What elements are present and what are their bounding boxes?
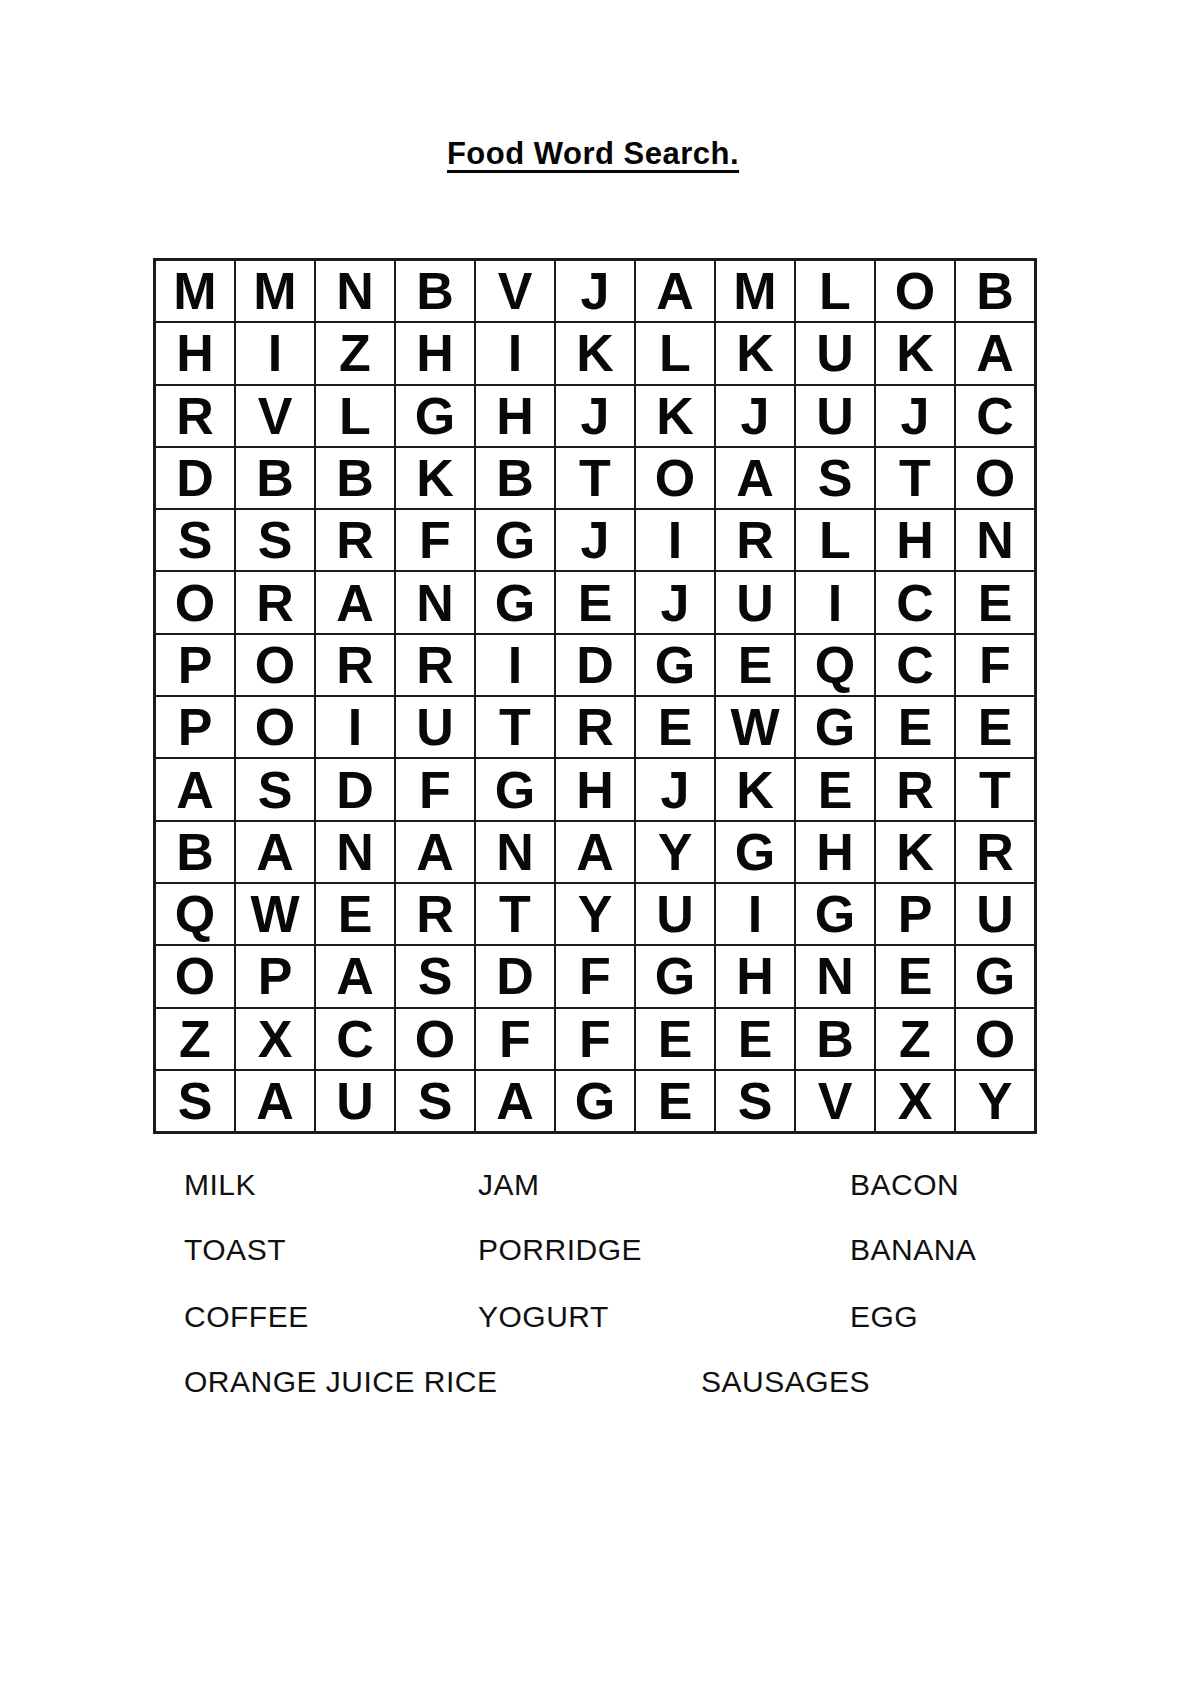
grid-cell[interactable]: A [155, 758, 235, 820]
grid-cell[interactable]: S [395, 945, 475, 1007]
grid-cell[interactable]: A [395, 821, 475, 883]
grid-cell[interactable]: V [795, 1070, 875, 1132]
grid-cell[interactable]: B [235, 447, 315, 509]
grid-cell[interactable]: H [715, 945, 795, 1007]
grid-cell[interactable]: S [715, 1070, 795, 1132]
grid-cell[interactable]: G [635, 945, 715, 1007]
grid-cell[interactable]: J [875, 385, 955, 447]
grid-cell[interactable]: R [555, 696, 635, 758]
grid-cell[interactable]: R [235, 571, 315, 633]
grid-cell[interactable]: Z [875, 1008, 955, 1070]
grid-cell[interactable]: B [795, 1008, 875, 1070]
word-coffee: COFFEE [184, 1300, 309, 1334]
grid-cell[interactable]: J [715, 385, 795, 447]
grid-cell[interactable]: P [235, 945, 315, 1007]
grid-cell[interactable]: O [155, 571, 235, 633]
grid-cell[interactable]: S [155, 1070, 235, 1132]
grid-cell[interactable]: O [155, 945, 235, 1007]
grid-cell[interactable]: A [315, 945, 395, 1007]
grid-cell[interactable]: S [235, 509, 315, 571]
grid-cell[interactable]: R [955, 821, 1035, 883]
grid-cell[interactable]: R [155, 385, 235, 447]
grid-cell[interactable]: A [715, 447, 795, 509]
grid-cell[interactable]: P [875, 883, 955, 945]
grid-cell[interactable]: G [475, 571, 555, 633]
grid-cell[interactable]: S [395, 1070, 475, 1132]
grid-cell[interactable]: U [955, 883, 1035, 945]
grid-cell[interactable]: R [395, 883, 475, 945]
grid-cell[interactable]: E [555, 571, 635, 633]
grid-cell[interactable]: A [555, 821, 635, 883]
grid-cell[interactable]: Y [555, 883, 635, 945]
grid-cell[interactable]: C [875, 634, 955, 696]
grid-cell[interactable]: B [955, 260, 1035, 322]
word-milk: MILK [184, 1168, 256, 1202]
grid-cell[interactable]: H [155, 322, 235, 384]
grid-cell[interactable]: C [955, 385, 1035, 447]
word-toast: TOAST [184, 1233, 286, 1267]
grid-cell[interactable]: Z [315, 322, 395, 384]
grid-cell[interactable]: J [635, 571, 715, 633]
grid-cell[interactable]: I [715, 883, 795, 945]
grid-cell[interactable]: Y [955, 1070, 1035, 1132]
grid-cell[interactable]: H [475, 385, 555, 447]
grid-cell[interactable]: I [635, 509, 715, 571]
grid-cell[interactable]: X [875, 1070, 955, 1132]
grid-cell[interactable]: L [795, 509, 875, 571]
grid-cell[interactable]: H [875, 509, 955, 571]
grid-cell[interactable]: R [315, 509, 395, 571]
grid-cell[interactable]: J [555, 385, 635, 447]
grid-cell[interactable]: H [555, 758, 635, 820]
grid-cell[interactable]: G [715, 821, 795, 883]
grid-cell[interactable]: F [395, 758, 475, 820]
grid-cell[interactable]: Q [155, 883, 235, 945]
grid-cell[interactable]: S [155, 509, 235, 571]
grid-cell[interactable]: W [235, 883, 315, 945]
grid-cell[interactable]: T [475, 883, 555, 945]
grid-cell[interactable]: M [235, 260, 315, 322]
grid-cell[interactable]: J [555, 260, 635, 322]
grid-cell[interactable]: E [315, 883, 395, 945]
grid-cell[interactable]: S [795, 447, 875, 509]
grid-cell[interactable]: R [395, 634, 475, 696]
grid-cell[interactable]: F [955, 634, 1035, 696]
grid-cell[interactable]: I [475, 634, 555, 696]
grid-cell[interactable]: B [315, 447, 395, 509]
grid-cell[interactable]: G [475, 509, 555, 571]
grid-cell[interactable]: C [315, 1008, 395, 1070]
grid-cell[interactable]: O [875, 260, 955, 322]
grid-cell[interactable]: U [395, 696, 475, 758]
grid-cell[interactable]: K [555, 322, 635, 384]
grid-cell[interactable]: A [315, 571, 395, 633]
grid-cell[interactable]: N [475, 821, 555, 883]
grid-cell[interactable]: I [475, 322, 555, 384]
grid-cell[interactable]: G [795, 883, 875, 945]
grid-cell[interactable]: F [555, 945, 635, 1007]
grid-cell[interactable]: Y [635, 821, 715, 883]
grid-cell[interactable]: E [875, 696, 955, 758]
grid-cell[interactable]: G [475, 758, 555, 820]
grid-cell[interactable]: X [235, 1008, 315, 1070]
grid-cell[interactable]: A [235, 821, 315, 883]
grid-cell[interactable]: R [875, 758, 955, 820]
grid-cell[interactable]: U [715, 571, 795, 633]
word-orange-juice-rice: ORANGE JUICE RICE [184, 1365, 498, 1399]
grid-cell[interactable]: A [475, 1070, 555, 1132]
grid-cell[interactable]: D [315, 758, 395, 820]
grid-cell[interactable]: L [635, 322, 715, 384]
grid-cell[interactable]: Q [795, 634, 875, 696]
grid-cell[interactable]: D [475, 945, 555, 1007]
grid-cell[interactable]: N [315, 260, 395, 322]
grid-cell[interactable]: N [795, 945, 875, 1007]
grid-cell[interactable]: G [395, 385, 475, 447]
grid-cell[interactable]: A [635, 260, 715, 322]
grid-cell[interactable]: K [395, 447, 475, 509]
grid-cell[interactable]: Z [155, 1008, 235, 1070]
grid-cell[interactable]: N [955, 509, 1035, 571]
grid-cell[interactable]: J [555, 509, 635, 571]
grid-cell[interactable]: H [395, 322, 475, 384]
grid-cell[interactable]: E [955, 696, 1035, 758]
grid-cell[interactable]: B [395, 260, 475, 322]
grid-cell[interactable]: O [235, 634, 315, 696]
word-sausages: SAUSAGES [701, 1365, 870, 1399]
grid-cell[interactable]: G [955, 945, 1035, 1007]
grid-cell[interactable]: V [235, 385, 315, 447]
grid-cell[interactable]: M [715, 260, 795, 322]
word-yogurt: YOGURT [478, 1300, 609, 1334]
grid-cell[interactable]: U [635, 883, 715, 945]
grid-cell[interactable]: N [315, 821, 395, 883]
grid-cell[interactable]: E [635, 1070, 715, 1132]
grid-cell[interactable]: T [475, 696, 555, 758]
grid-cell[interactable]: V [475, 260, 555, 322]
word-banana: BANANA [850, 1233, 976, 1267]
grid-cell[interactable]: O [635, 447, 715, 509]
grid-cell[interactable]: B [475, 447, 555, 509]
grid-cell[interactable]: L [795, 260, 875, 322]
grid-cell[interactable]: T [875, 447, 955, 509]
grid-cell[interactable]: C [875, 571, 955, 633]
grid-cell[interactable]: U [795, 385, 875, 447]
grid-cell[interactable]: T [555, 447, 635, 509]
grid-cell[interactable]: D [555, 634, 635, 696]
grid-cell[interactable]: R [315, 634, 395, 696]
word-bacon: BACON [850, 1168, 959, 1202]
grid-cell[interactable]: W [715, 696, 795, 758]
grid-cell[interactable]: K [875, 821, 955, 883]
grid-cell[interactable]: G [555, 1070, 635, 1132]
grid-cell[interactable]: F [475, 1008, 555, 1070]
grid-cell[interactable]: E [955, 571, 1035, 633]
grid-cell[interactable]: S [235, 758, 315, 820]
grid-cell[interactable]: J [635, 758, 715, 820]
grid-cell[interactable]: U [315, 1070, 395, 1132]
grid-cell[interactable]: E [635, 1008, 715, 1070]
word-jam: JAM [478, 1168, 540, 1202]
grid-cell[interactable]: D [155, 447, 235, 509]
grid-cell[interactable]: P [155, 634, 235, 696]
letter-grid: MMNBVJAMLOBHIZHIKLKUKARVLGHJKJUJCDBBKBTO… [153, 258, 1037, 1134]
grid-cell[interactable]: O [955, 447, 1035, 509]
grid-cell[interactable]: I [235, 322, 315, 384]
grid-cell[interactable]: L [315, 385, 395, 447]
grid-cell[interactable]: A [235, 1070, 315, 1132]
grid-cell[interactable]: P [155, 696, 235, 758]
grid-cell[interactable]: E [715, 1008, 795, 1070]
grid-cell[interactable]: G [795, 696, 875, 758]
grid-cell[interactable]: G [635, 634, 715, 696]
grid-cell[interactable]: H [795, 821, 875, 883]
grid-cell[interactable]: I [315, 696, 395, 758]
grid-cell[interactable]: F [395, 509, 475, 571]
grid-cell[interactable]: K [715, 322, 795, 384]
grid-cell[interactable]: I [795, 571, 875, 633]
grid-cell[interactable]: O [235, 696, 315, 758]
word-porridge: PORRIDGE [478, 1233, 642, 1267]
grid-cell[interactable]: F [555, 1008, 635, 1070]
grid-cell[interactable]: N [395, 571, 475, 633]
page-title: Food Word Search. [153, 136, 1033, 172]
grid-cell[interactable]: O [395, 1008, 475, 1070]
grid-cell[interactable]: U [795, 322, 875, 384]
grid-cell[interactable]: K [715, 758, 795, 820]
grid-cell[interactable]: E [875, 945, 955, 1007]
grid-cell[interactable]: E [795, 758, 875, 820]
grid-cell[interactable]: A [955, 322, 1035, 384]
grid-cell[interactable]: B [155, 821, 235, 883]
grid-cell[interactable]: R [715, 509, 795, 571]
grid-cell[interactable]: M [155, 260, 235, 322]
grid-cell[interactable]: O [955, 1008, 1035, 1070]
grid-cell[interactable]: T [955, 758, 1035, 820]
grid-cell[interactable]: K [875, 322, 955, 384]
word-egg: EGG [850, 1300, 918, 1334]
grid-cell[interactable]: E [635, 696, 715, 758]
grid-cell[interactable]: K [635, 385, 715, 447]
grid-cell[interactable]: E [715, 634, 795, 696]
